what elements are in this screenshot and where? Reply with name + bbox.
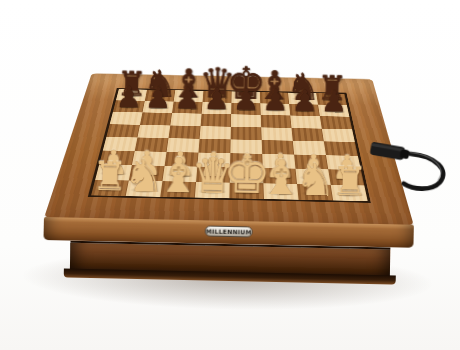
square-e6 [231, 114, 261, 127]
square-g4 [293, 141, 326, 155]
square-a6 [110, 112, 143, 125]
square-b4 [135, 137, 169, 151]
square-h6 [320, 116, 352, 129]
chess-computer: ♜♞♝♛♚♝♞♜♟♟♟♟♟♟♟♟♟♟♟♟♟♟♟♟♜♞♝♛♚♝♞♜ MILLENN… [0, 0, 460, 350]
square-h4 [324, 141, 358, 155]
square-a5 [106, 124, 140, 137]
square-c4 [167, 138, 200, 152]
piece-shadow [234, 107, 259, 112]
square-g5 [291, 128, 323, 142]
square-f5 [261, 127, 293, 141]
square-b3 [132, 151, 167, 166]
square-d6 [201, 114, 232, 127]
square-c5 [169, 125, 201, 139]
square-d4 [198, 139, 230, 153]
product-photo-stage: ♜♞♝♛♚♝♞♜♟♟♟♟♟♟♟♟♟♟♟♟♟♟♟♟♜♞♝♛♚♝♞♜ MILLENN… [0, 0, 460, 350]
square-c6 [170, 113, 201, 126]
square-h5 [322, 128, 355, 142]
square-d3 [197, 152, 230, 167]
square-a3 [99, 150, 135, 165]
cable-plug [370, 142, 411, 162]
square-e3 [230, 153, 263, 168]
brand-plaque: MILLENNIUM [205, 225, 253, 237]
square-e4 [230, 139, 262, 153]
square-b6 [140, 112, 172, 125]
power-cable [365, 129, 460, 203]
square-h3 [326, 155, 361, 170]
square-g6 [290, 116, 322, 129]
board-perspective-wrapper: ♜♞♝♛♚♝♞♜♟♟♟♟♟♟♟♟♟♟♟♟♟♟♟♟♜♞♝♛♚♝♞♜ [44, 0, 421, 226]
square-f3 [262, 154, 295, 169]
chess-board: ♜♞♝♛♚♝♞♜♟♟♟♟♟♟♟♟♟♟♟♟♟♟♟♟♜♞♝♛♚♝♞♜ [44, 73, 414, 226]
square-b5 [137, 125, 170, 138]
square-e5 [231, 127, 262, 141]
square-f4 [262, 140, 294, 154]
square-a4 [103, 137, 138, 151]
square-c3 [165, 152, 199, 167]
square-f6 [261, 115, 292, 128]
square-g3 [294, 154, 328, 169]
square-d5 [200, 126, 231, 140]
